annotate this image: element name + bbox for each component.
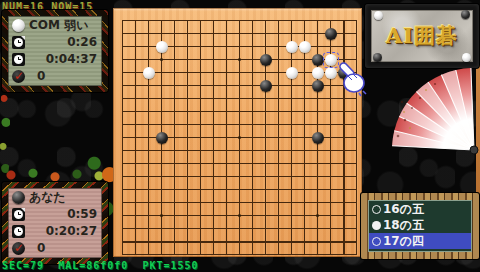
human-move-time: 0:59 [25,208,98,221]
move-stone-icon [372,237,381,246]
human-player-panel: あなた 0:59 0:20:27 0 [2,182,108,264]
com-captures: 0 [25,70,98,83]
white-stone [156,41,168,53]
white-stone [312,67,324,79]
white-stone [299,41,311,53]
human-captures-row: 0 [9,240,101,257]
move-clock-icon [12,208,25,221]
last-move-marker [323,52,339,68]
star-point [160,58,163,61]
black-stone [312,80,324,92]
move-list-row[interactable]: 16の五 [369,201,471,217]
go-board[interactable] [113,8,362,257]
hand-cursor-icon [338,61,368,97]
com-name: COM 弱い [25,19,98,32]
white-stone-rivet-icon [374,11,383,20]
human-stone-icon [12,191,25,204]
move-list-row[interactable]: 17の四 [369,233,471,249]
star-point [160,214,163,217]
black-stone-rivet-icon [461,10,470,19]
white-stone [325,67,337,79]
captures-check-icon [12,242,25,255]
star-point [316,214,319,217]
human-name: あなた [25,191,98,204]
human-total-time: 0:20:27 [25,225,98,238]
com-move-time: 0:26 [25,36,98,49]
game-title: AI囲碁 [371,10,473,62]
white-stone [286,41,298,53]
black-stone [260,54,272,66]
black-stone [312,132,324,144]
move-list-panel: 16の五 18の五 17の四 [361,193,479,259]
com-player-panel: COM 弱い 0:26 0:04:37 0 [2,10,108,92]
move-label: 17の四 [383,234,424,248]
game-screen: NUM=16 NOW=15 COM 弱い 0:26 0:04:37 0 [0,0,480,272]
total-clock-icon [12,225,25,238]
move-list-row[interactable]: 18の五 [369,217,471,233]
com-captures-row: 0 [9,68,101,85]
move-stone-icon [372,221,381,230]
human-name-row: あなた [9,189,101,206]
total-clock-icon [12,53,25,66]
star-point [238,58,241,61]
move-clock-icon [12,36,25,49]
status-bar: SEC=79 MAL=86f0f0 PKT=1550 [2,260,199,271]
move-stone-icon [372,205,381,214]
human-captures: 0 [25,242,98,255]
white-stone [286,67,298,79]
human-move-time-row: 0:59 [9,206,101,223]
com-name-row: COM 弱い [9,17,101,34]
white-stone [143,67,155,79]
move-label: 16の五 [383,202,424,216]
black-stone [312,54,324,66]
move-label: 18の五 [383,218,424,232]
star-point [238,136,241,139]
com-stone-icon [12,19,25,32]
com-move-time-row: 0:26 [9,34,101,51]
black-stone [260,80,272,92]
leaf-decoration [0,84,10,180]
black-stone [325,28,337,40]
human-total-time-row: 0:20:27 [9,223,101,240]
black-stone [156,132,168,144]
star-point [238,214,241,217]
captures-check-icon [12,70,25,83]
com-total-time: 0:04:37 [25,53,98,66]
folding-fan-decoration [360,58,480,193]
com-total-time-row: 0:04:37 [9,51,101,68]
